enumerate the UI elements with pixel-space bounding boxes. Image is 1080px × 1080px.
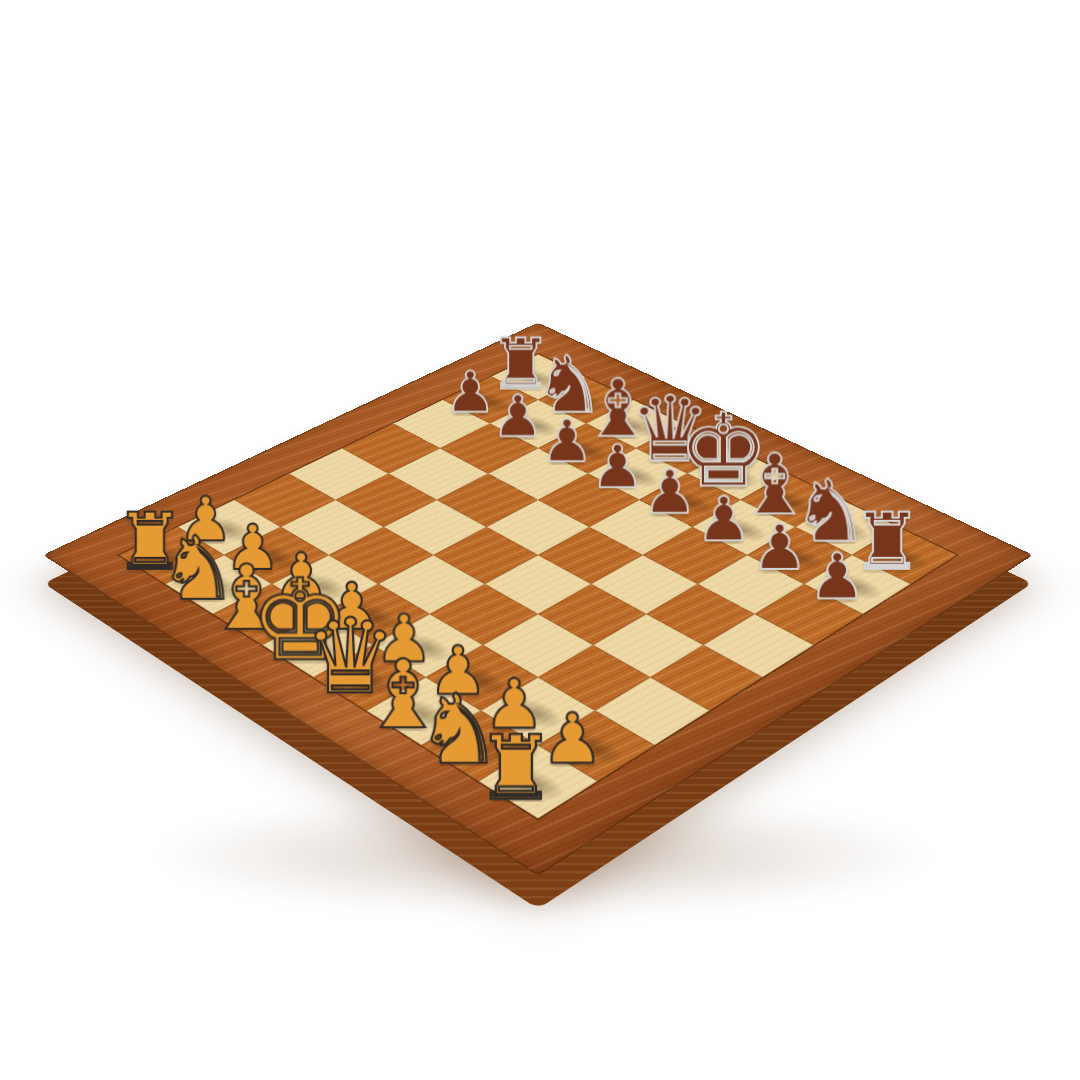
piece-black-pawn-g7: ♟ [752, 517, 808, 579]
product-photo-scene: ♜♞♝♛♚♝♞♜♟♟♟♟♟♟♟♟♟♟♟♟♟♟♟♟♜♞♝♚♛♝♞♜ [0, 0, 1080, 1080]
board-frame: ♜♞♝♛♚♝♞♜♟♟♟♟♟♟♟♟♟♟♟♟♟♟♟♟♜♞♝♚♛♝♞♜ [43, 323, 1033, 876]
piece-black-pawn-f7: ♟ [696, 489, 751, 550]
chess-board: ♜♞♝♛♚♝♞♜♟♟♟♟♟♟♟♟♟♟♟♟♟♟♟♟♜♞♝♚♛♝♞♜ [43, 323, 1033, 876]
board-squares: ♜♞♝♛♚♝♞♜♟♟♟♟♟♟♟♟♟♟♟♟♟♟♟♟♜♞♝♚♛♝♞♜ [119, 354, 956, 818]
